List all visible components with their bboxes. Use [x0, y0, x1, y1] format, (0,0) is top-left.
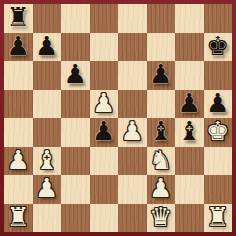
square-e7[interactable]: [118, 33, 147, 62]
square-e1[interactable]: [118, 204, 147, 233]
square-a5[interactable]: [4, 90, 33, 119]
square-e4[interactable]: ♟: [118, 118, 147, 147]
square-h8[interactable]: [204, 4, 233, 33]
square-e2[interactable]: [118, 175, 147, 204]
square-f5[interactable]: [147, 90, 176, 119]
square-h3[interactable]: [204, 147, 233, 176]
board-frame: ♜♟♟♚♟♟♟♟♟♟♟♝♝♚♟♝♞♟♟♜♛♜: [0, 0, 236, 236]
piece-white-queen[interactable]: ♛: [149, 204, 172, 230]
square-c6[interactable]: ♟: [61, 61, 90, 90]
square-d3[interactable]: [90, 147, 119, 176]
piece-white-rook[interactable]: ♜: [206, 204, 229, 230]
piece-black-pawn[interactable]: ♟: [206, 90, 229, 116]
square-d5[interactable]: ♟: [90, 90, 119, 119]
square-h4[interactable]: ♚: [204, 118, 233, 147]
square-b1[interactable]: [33, 204, 62, 233]
square-a8[interactable]: ♜: [4, 4, 33, 33]
square-f7[interactable]: [147, 33, 176, 62]
square-b2[interactable]: ♟: [33, 175, 62, 204]
piece-black-bishop[interactable]: ♝: [149, 118, 172, 144]
square-c5[interactable]: [61, 90, 90, 119]
square-e5[interactable]: [118, 90, 147, 119]
piece-white-king[interactable]: ♚: [206, 118, 229, 144]
square-c1[interactable]: [61, 204, 90, 233]
square-c2[interactable]: [61, 175, 90, 204]
square-b7[interactable]: ♟: [33, 33, 62, 62]
square-e8[interactable]: [118, 4, 147, 33]
piece-black-pawn[interactable]: ♟: [92, 118, 115, 144]
square-f1[interactable]: ♛: [147, 204, 176, 233]
square-a3[interactable]: ♟: [4, 147, 33, 176]
square-h2[interactable]: [204, 175, 233, 204]
piece-black-pawn[interactable]: ♟: [35, 33, 58, 59]
square-c8[interactable]: [61, 4, 90, 33]
square-b8[interactable]: [33, 4, 62, 33]
piece-white-rook[interactable]: ♜: [7, 204, 30, 230]
square-d7[interactable]: [90, 33, 119, 62]
square-h6[interactable]: [204, 61, 233, 90]
square-f8[interactable]: [147, 4, 176, 33]
piece-black-pawn[interactable]: ♟: [7, 33, 30, 59]
piece-black-pawn[interactable]: ♟: [64, 61, 87, 87]
piece-black-pawn[interactable]: ♟: [178, 90, 201, 116]
square-d2[interactable]: [90, 175, 119, 204]
square-g7[interactable]: [175, 33, 204, 62]
square-f3[interactable]: ♞: [147, 147, 176, 176]
piece-white-pawn[interactable]: ♟: [92, 90, 115, 116]
square-d8[interactable]: [90, 4, 119, 33]
piece-black-bishop[interactable]: ♝: [178, 118, 201, 144]
square-d1[interactable]: [90, 204, 119, 233]
square-d4[interactable]: ♟: [90, 118, 119, 147]
square-h7[interactable]: ♚: [204, 33, 233, 62]
square-b5[interactable]: [33, 90, 62, 119]
square-e6[interactable]: [118, 61, 147, 90]
square-d6[interactable]: [90, 61, 119, 90]
square-g5[interactable]: ♟: [175, 90, 204, 119]
piece-black-king[interactable]: ♚: [206, 33, 229, 59]
square-a6[interactable]: [4, 61, 33, 90]
piece-white-knight[interactable]: ♞: [149, 147, 172, 173]
square-g8[interactable]: [175, 4, 204, 33]
piece-white-bishop[interactable]: ♝: [35, 147, 58, 173]
piece-black-rook[interactable]: ♜: [7, 4, 30, 30]
square-g1[interactable]: [175, 204, 204, 233]
chess-board: ♜♟♟♚♟♟♟♟♟♟♟♝♝♚♟♝♞♟♟♜♛♜: [4, 4, 232, 232]
square-e3[interactable]: [118, 147, 147, 176]
piece-black-pawn[interactable]: ♟: [149, 61, 172, 87]
piece-white-pawn[interactable]: ♟: [7, 147, 30, 173]
square-f6[interactable]: ♟: [147, 61, 176, 90]
square-c4[interactable]: [61, 118, 90, 147]
square-a1[interactable]: ♜: [4, 204, 33, 233]
square-g2[interactable]: [175, 175, 204, 204]
square-g3[interactable]: [175, 147, 204, 176]
square-g4[interactable]: ♝: [175, 118, 204, 147]
square-h5[interactable]: ♟: [204, 90, 233, 119]
piece-white-pawn[interactable]: ♟: [121, 118, 144, 144]
piece-white-pawn[interactable]: ♟: [35, 175, 58, 201]
piece-white-pawn[interactable]: ♟: [149, 175, 172, 201]
square-a4[interactable]: [4, 118, 33, 147]
square-c7[interactable]: [61, 33, 90, 62]
square-a2[interactable]: [4, 175, 33, 204]
square-a7[interactable]: ♟: [4, 33, 33, 62]
square-b6[interactable]: [33, 61, 62, 90]
square-c3[interactable]: [61, 147, 90, 176]
square-f2[interactable]: ♟: [147, 175, 176, 204]
square-h1[interactable]: ♜: [204, 204, 233, 233]
square-g6[interactable]: [175, 61, 204, 90]
square-b3[interactable]: ♝: [33, 147, 62, 176]
square-f4[interactable]: ♝: [147, 118, 176, 147]
square-b4[interactable]: [33, 118, 62, 147]
